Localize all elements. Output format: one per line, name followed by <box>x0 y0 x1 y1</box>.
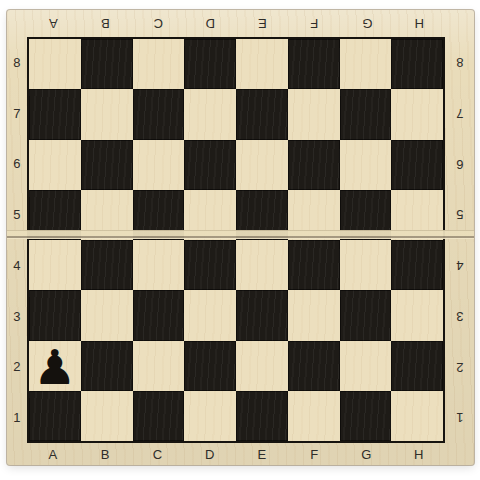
square-d1[interactable] <box>184 391 236 441</box>
file-label-top-c: C <box>132 10 184 37</box>
square-d4[interactable] <box>184 240 236 290</box>
square-e2[interactable] <box>236 341 288 391</box>
rank-label-right-2: 2 <box>445 342 474 393</box>
file-label-bottom-a: A <box>27 443 79 465</box>
square-a3[interactable] <box>29 290 81 340</box>
square-a4[interactable] <box>29 240 81 290</box>
square-f6[interactable] <box>288 140 340 190</box>
square-f2[interactable] <box>288 341 340 391</box>
square-g4[interactable] <box>340 240 392 290</box>
square-a7[interactable] <box>29 89 81 139</box>
square-e3[interactable] <box>236 290 288 340</box>
file-label-bottom-h: H <box>393 443 445 465</box>
file-label-bottom-c: C <box>132 443 184 465</box>
square-h2[interactable] <box>391 341 443 391</box>
square-e8[interactable] <box>236 39 288 89</box>
square-a6[interactable] <box>29 140 81 190</box>
board-grid: ♟ <box>27 37 445 443</box>
square-g8[interactable] <box>340 39 392 89</box>
square-b2[interactable] <box>81 341 133 391</box>
rank-label-left-4: 4 <box>7 240 27 291</box>
rank-label-left-2: 2 <box>7 342 27 393</box>
square-c8[interactable] <box>133 39 185 89</box>
square-c6[interactable] <box>133 140 185 190</box>
rank-label-right-8: 8 <box>445 37 474 88</box>
square-b3[interactable] <box>81 290 133 340</box>
rank-label-left-7: 7 <box>7 88 27 139</box>
rank-label-right-7: 7 <box>445 88 474 139</box>
file-label-bottom-d: D <box>184 443 236 465</box>
square-b1[interactable] <box>81 391 133 441</box>
square-c1[interactable] <box>133 391 185 441</box>
square-f4[interactable] <box>288 240 340 290</box>
square-a1[interactable] <box>29 391 81 441</box>
file-label-bottom-b: B <box>79 443 131 465</box>
board-photo: ABCDEFGH ABCDEFGH 87654321 87654321 ♟ <box>0 0 480 480</box>
file-label-top-h: H <box>393 10 445 37</box>
rank-label-left-8: 8 <box>7 37 27 88</box>
square-f1[interactable] <box>288 391 340 441</box>
square-g6[interactable] <box>340 140 392 190</box>
square-f3[interactable] <box>288 290 340 340</box>
rank-label-right-4: 4 <box>445 240 474 291</box>
square-h8[interactable] <box>391 39 443 89</box>
file-label-top-a: A <box>27 10 79 37</box>
square-h6[interactable] <box>391 140 443 190</box>
file-labels-bottom: ABCDEFGH <box>27 443 445 465</box>
file-label-top-e: E <box>236 10 288 37</box>
square-b8[interactable] <box>81 39 133 89</box>
rank-labels-right: 87654321 <box>445 37 474 443</box>
rank-label-left-3: 3 <box>7 291 27 342</box>
square-g3[interactable] <box>340 290 392 340</box>
square-h4[interactable] <box>391 240 443 290</box>
square-g7[interactable] <box>340 89 392 139</box>
black-pawn[interactable]: ♟ <box>33 343 76 391</box>
square-b7[interactable] <box>81 89 133 139</box>
square-d8[interactable] <box>184 39 236 89</box>
file-label-top-b: B <box>79 10 131 37</box>
square-b6[interactable] <box>81 140 133 190</box>
rank-label-left-1: 1 <box>7 392 27 443</box>
square-d3[interactable] <box>184 290 236 340</box>
file-label-top-d: D <box>184 10 236 37</box>
file-label-top-g: G <box>341 10 393 37</box>
file-label-bottom-e: E <box>236 443 288 465</box>
square-d2[interactable] <box>184 341 236 391</box>
square-e7[interactable] <box>236 89 288 139</box>
rank-label-right-1: 1 <box>445 392 474 443</box>
rank-label-right-6: 6 <box>445 139 474 190</box>
rank-labels-left: 87654321 <box>7 37 27 443</box>
square-e6[interactable] <box>236 140 288 190</box>
square-f7[interactable] <box>288 89 340 139</box>
square-h3[interactable] <box>391 290 443 340</box>
file-labels-top: ABCDEFGH <box>27 10 445 37</box>
square-c3[interactable] <box>133 290 185 340</box>
rank-label-right-3: 3 <box>445 291 474 342</box>
square-d7[interactable] <box>184 89 236 139</box>
rank-label-left-6: 6 <box>7 139 27 190</box>
file-label-top-f: F <box>288 10 340 37</box>
square-d6[interactable] <box>184 140 236 190</box>
board-fold-seam <box>7 230 474 239</box>
square-e4[interactable] <box>236 240 288 290</box>
square-c4[interactable] <box>133 240 185 290</box>
square-a8[interactable] <box>29 39 81 89</box>
chessboard: ABCDEFGH ABCDEFGH 87654321 87654321 ♟ <box>7 10 474 465</box>
square-b4[interactable] <box>81 240 133 290</box>
file-label-bottom-g: G <box>341 443 393 465</box>
square-h1[interactable] <box>391 391 443 441</box>
square-e1[interactable] <box>236 391 288 441</box>
square-f8[interactable] <box>288 39 340 89</box>
square-c7[interactable] <box>133 89 185 139</box>
square-g2[interactable] <box>340 341 392 391</box>
file-label-bottom-f: F <box>288 443 340 465</box>
square-g1[interactable] <box>340 391 392 441</box>
square-h7[interactable] <box>391 89 443 139</box>
square-a2[interactable]: ♟ <box>29 341 81 391</box>
square-c2[interactable] <box>133 341 185 391</box>
